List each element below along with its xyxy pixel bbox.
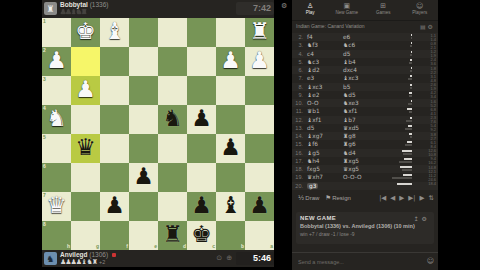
move-number: 10.: [292, 100, 305, 106]
square-a4[interactable]: [245, 105, 274, 134]
file-label-a: a: [270, 244, 273, 249]
move-row-11: 11.♛b1♞xf16.84.1: [292, 107, 438, 115]
square-e1[interactable]: [129, 18, 158, 47]
square-g5[interactable]: ♛: [71, 134, 100, 163]
move-number: 20.: [292, 183, 305, 189]
square-g3[interactable]: ♟: [71, 76, 100, 105]
move-number: 18.: [292, 166, 305, 172]
focus-icon[interactable]: ⊙: [216, 254, 222, 262]
piece-wN-h4[interactable]: ♞: [42, 105, 71, 134]
white-move[interactable]: d5: [305, 125, 341, 131]
square-f1[interactable]: ♝: [100, 18, 129, 47]
square-f5[interactable]: [100, 134, 129, 163]
square-c2[interactable]: [187, 47, 216, 76]
white-move[interactable]: c4: [305, 51, 341, 57]
move-time-bars: [390, 59, 412, 65]
move-row-9: 9.♝e2♞d54.23.4: [292, 91, 438, 99]
piece-bP-a7[interactable]: ♟: [245, 192, 274, 221]
rating-odds-line: win +7 / draw -1 / lose -9: [300, 231, 430, 237]
bottom-player-rating: (1306): [89, 251, 108, 258]
move-time-bars: [390, 166, 412, 172]
analysis-icon[interactable]: ▤: [420, 24, 428, 30]
piece-bK-c8[interactable]: ♚: [187, 221, 216, 250]
move-row-17: 17.♞h4♜xg59.416.2: [292, 157, 438, 165]
file-label-h: h: [67, 244, 70, 249]
square-e6[interactable]: ♟: [129, 163, 158, 192]
settings-gear-icon[interactable]: ⚙: [281, 2, 287, 10]
move-navigation: |◀ ◀ ▶ ▶| ▶ ⇅: [375, 191, 434, 205]
piece-wQ-h7[interactable]: ♛: [42, 192, 71, 221]
square-e5[interactable]: [129, 134, 158, 163]
top-player-name[interactable]: Bobbytal (1336): [60, 1, 108, 8]
square-g7[interactable]: [71, 192, 100, 221]
piece-wR-a1[interactable]: ♜: [245, 18, 274, 47]
move-number: 7.: [292, 75, 305, 81]
move-row-13: 13.d5♛xd55.49.2: [292, 124, 438, 132]
black-move[interactable]: d5: [341, 51, 377, 57]
square-f2[interactable]: [100, 47, 129, 76]
white-move[interactable]: ♝xc3: [305, 84, 341, 90]
square-h5[interactable]: 5: [42, 134, 71, 163]
move-number: 9.: [292, 92, 305, 98]
piece-wP-h2[interactable]: ♟: [42, 47, 71, 76]
new-game-title: NEW GAME: [300, 215, 430, 221]
square-g6[interactable]: [71, 163, 100, 192]
square-h8[interactable]: 8h: [42, 221, 71, 250]
rank-label-5: 5: [43, 135, 46, 140]
material-advantage: +2: [99, 259, 105, 265]
move-number: 3.: [292, 42, 305, 48]
file-label-g: g: [96, 244, 99, 249]
white-move[interactable]: ♛xh7: [305, 174, 341, 180]
square-c6[interactable]: [187, 163, 216, 192]
move-row-10: 10.O-O♞xe31.65.2: [292, 99, 438, 107]
move-row-7: 7.e3♝xc33.14.8: [292, 74, 438, 82]
white-move[interactable]: ♝xg7: [305, 133, 341, 139]
move-row-6: 6.♝d2dxc41.82.2: [292, 66, 438, 74]
move-times: 18.4: [414, 182, 436, 187]
move-row-14: 14.♝xg7♜g83.82.7: [292, 132, 438, 140]
square-a8[interactable]: a: [245, 221, 274, 250]
square-c4[interactable]: ♟: [187, 105, 216, 134]
square-f7[interactable]: ♟: [100, 192, 129, 221]
square-c3[interactable]: [187, 76, 216, 105]
file-label-e: e: [154, 244, 157, 249]
move-row-18: 18.fxg5♛xg514.812.1: [292, 165, 438, 173]
square-f6[interactable]: [100, 163, 129, 192]
move-time-bars: [390, 133, 412, 139]
square-b8[interactable]: b: [216, 221, 245, 250]
move-number: 2.: [292, 34, 305, 40]
chat-bar: ☺: [292, 252, 438, 269]
square-d6[interactable]: [158, 163, 187, 192]
square-c8[interactable]: c♚: [187, 221, 216, 250]
square-c7[interactable]: ♟: [187, 192, 216, 221]
square-e7[interactable]: [129, 192, 158, 221]
move-number: 15.: [292, 141, 305, 147]
square-e3[interactable]: [129, 76, 158, 105]
opening-name: Indian Game: Canard Variation ▤⚙: [292, 21, 438, 32]
move-time-bars: [390, 125, 412, 131]
top-player-rating: (1336): [90, 1, 109, 8]
square-h1[interactable]: 1: [42, 18, 71, 47]
black-move[interactable]: ♞d4: [341, 150, 377, 156]
emoji-icon[interactable]: ☺: [427, 257, 434, 265]
move-number: 5.: [292, 59, 305, 65]
move-time-bars: [390, 150, 412, 156]
square-g4[interactable]: [71, 105, 100, 134]
move-number: 11.: [292, 108, 305, 114]
move-number: 8.: [292, 84, 305, 90]
piece-bN-d4[interactable]: ♞: [158, 105, 187, 134]
white-move[interactable]: f4: [305, 34, 341, 40]
white-move[interactable]: e3: [305, 75, 341, 81]
tab-games[interactable]: ⊞ Games: [365, 0, 402, 20]
move-time-bars: [390, 158, 412, 164]
piece-wP-a2[interactable]: ♟: [245, 47, 274, 76]
half-point-icon: ½: [298, 194, 304, 202]
square-d2[interactable]: [158, 47, 187, 76]
side-panel: ♙ Play ▣ New Game ⊞ Games ☺ Players Indi…: [292, 0, 438, 270]
move-time-bars: [390, 51, 412, 57]
file-label-f: f: [126, 244, 128, 249]
square-a2[interactable]: ♟: [245, 47, 274, 76]
black-move[interactable]: ♛xd5: [341, 125, 377, 131]
app-window: ♜ Bobbytal (1336) ♟♟♝♞♜ 7:42 1♚♝♜2♟♟♟3♟4…: [0, 0, 480, 270]
move-time-bars: [390, 84, 412, 90]
move-row-12: 12.♝xf1♝b72.37.6: [292, 116, 438, 124]
rank-label-1: 1: [43, 19, 46, 24]
square-a6[interactable]: [245, 163, 274, 192]
move-row-3: 3.♞f3♞c60.82.1: [292, 41, 438, 49]
avatar-piece-icon: ♞: [46, 254, 54, 264]
square-d8[interactable]: d♜: [158, 221, 187, 250]
square-e4[interactable]: [129, 105, 158, 134]
white-move[interactable]: fxg5: [305, 166, 341, 172]
square-g1[interactable]: ♚: [71, 18, 100, 47]
move-time-bars: [390, 34, 412, 40]
new-game-card: NEW GAME ↥⚙ Bobbytal (1336) vs. Anvilegd…: [296, 212, 434, 244]
flip-board-icon[interactable]: ⇅: [429, 194, 434, 202]
move-time-bars: [390, 92, 412, 98]
games-grid-icon: ⊞: [365, 2, 402, 10]
piece-wB-f1[interactable]: ♝: [100, 18, 129, 47]
panel-tabs: ♙ Play ▣ New Game ⊞ Games ☺ Players: [292, 0, 438, 21]
bottom-player-name[interactable]: Anvilegd (1306): [60, 251, 116, 258]
move-row-16: 16.♝g5♞d412.610.8: [292, 149, 438, 157]
tab-new-game[interactable]: ▣ New Game: [329, 0, 366, 20]
black-move[interactable]: ♞d5: [341, 92, 377, 98]
piece-bP-f7[interactable]: ♟: [100, 192, 129, 221]
avatar-piece-icon: ♜: [46, 4, 54, 14]
square-h6[interactable]: 6: [42, 163, 71, 192]
black-move[interactable]: e6: [341, 34, 377, 40]
square-d7[interactable]: [158, 192, 187, 221]
play-pawn-icon: ♙: [292, 2, 329, 10]
player-flair-badge: [112, 253, 116, 257]
move-number: 4.: [292, 51, 305, 57]
square-a7[interactable]: ♟: [245, 192, 274, 221]
black-move[interactable]: ♛xg5: [341, 166, 377, 172]
resign-button[interactable]: ⚑Resign: [325, 194, 351, 202]
piece-wP-b2[interactable]: ♟: [216, 47, 245, 76]
top-player-avatar[interactable]: ♜: [44, 2, 57, 15]
square-a1[interactable]: ♜: [245, 18, 274, 47]
square-h3[interactable]: 3: [42, 76, 71, 105]
new-game-icon: ▣: [329, 2, 366, 10]
top-player-clock: 7:42: [236, 2, 274, 15]
square-f4[interactable]: [100, 105, 129, 134]
piece-bR-d8[interactable]: ♜: [158, 221, 187, 250]
square-b3[interactable]: [216, 76, 245, 105]
black-move[interactable]: O-O-O: [341, 174, 377, 180]
square-e8[interactable]: e: [129, 221, 158, 250]
move-row-4: 4.c4d51.21.9: [292, 50, 438, 58]
square-f8[interactable]: f: [100, 221, 129, 250]
move-time-bars: [390, 42, 412, 48]
game-controls: ½Draw ⚑Resign |◀ ◀ ▶ ▶| ▶ ⇅: [292, 191, 438, 205]
move-row-20: 20.g318.4: [292, 182, 438, 190]
white-move[interactable]: ♝e2: [305, 92, 341, 98]
move-row-5: 5.♞c3♝b42.43.6: [292, 58, 438, 66]
square-d5[interactable]: [158, 134, 187, 163]
file-label-b: b: [241, 244, 244, 249]
move-row-2: 2.f4e61.11.4: [292, 33, 438, 41]
piece-bP-c4[interactable]: ♟: [187, 105, 216, 134]
black-move[interactable]: ♜g6: [341, 141, 377, 147]
move-time-bars: [390, 141, 412, 147]
piece-wP-g3[interactable]: ♟: [71, 76, 100, 105]
square-a5[interactable]: [245, 134, 274, 163]
square-b1[interactable]: [216, 18, 245, 47]
rank-label-8: 8: [43, 222, 46, 227]
white-move[interactable]: ♞c3: [305, 59, 341, 65]
white-move[interactable]: ♝g5: [305, 150, 341, 156]
square-b5[interactable]: ♟: [216, 134, 245, 163]
move-number: 13.: [292, 125, 305, 131]
move-number: 12.: [292, 117, 305, 123]
chat-message-input[interactable]: [296, 256, 420, 268]
square-c5[interactable]: [187, 134, 216, 163]
rank-label-3: 3: [43, 77, 46, 82]
white-move[interactable]: g3: [305, 183, 318, 189]
tab-play[interactable]: ♙ Play: [292, 0, 329, 20]
piece-bB-b7[interactable]: ♝: [216, 192, 245, 221]
opening-gear-icon[interactable]: ⚙: [428, 23, 435, 30]
square-d1[interactable]: [158, 18, 187, 47]
nav-next-move-icon[interactable]: ▶: [399, 194, 404, 202]
piece-bP-c7[interactable]: ♟: [187, 192, 216, 221]
black-move[interactable]: ♞xf1: [341, 108, 377, 114]
piece-bP-b5[interactable]: ♟: [216, 134, 245, 163]
tab-players[interactable]: ☺ Players: [402, 0, 439, 20]
black-move[interactable]: ♝xc3: [341, 75, 377, 81]
move-time-bars: [390, 174, 412, 180]
resign-flag-icon: ⚑: [325, 194, 331, 202]
white-move[interactable]: ♝f6: [305, 141, 341, 147]
move-time-bars: [390, 67, 412, 73]
move-time-bars: [390, 75, 412, 81]
square-h4[interactable]: 4♞: [42, 105, 71, 134]
chess-board[interactable]: 1♚♝♜2♟♟♟3♟4♞♞♟5♛♟6♟7♛♟♟♝♟8hgfed♜c♚ba: [42, 18, 274, 250]
top-player-bar: ♜ Bobbytal (1336) ♟♟♝♞♜ 7:42: [42, 0, 274, 18]
white-move[interactable]: ♞f3: [305, 42, 341, 48]
black-move[interactable]: ♝b7: [341, 117, 377, 123]
move-row-15: 15.♝f6♜g66.18.4: [292, 140, 438, 148]
move-list[interactable]: 2.f4e61.11.43.♞f3♞c60.82.14.c4d51.21.95.…: [292, 33, 438, 190]
move-number: 6.: [292, 67, 305, 73]
nav-last-move-icon[interactable]: ▶|: [408, 194, 415, 202]
square-e2[interactable]: [129, 47, 158, 76]
black-move[interactable]: ♜xg5: [341, 158, 377, 164]
bottom-player-clock: 5:46: [236, 252, 274, 265]
move-time-bars: [390, 183, 412, 186]
square-b4[interactable]: [216, 105, 245, 134]
piece-wK-g1[interactable]: ♚: [71, 18, 100, 47]
nav-prev-move-icon[interactable]: ◀: [390, 194, 395, 202]
black-move[interactable]: ♝b4: [341, 59, 377, 65]
black-move[interactable]: b5: [341, 84, 377, 90]
square-a3[interactable]: [245, 76, 274, 105]
autoplay-icon[interactable]: ▶: [420, 194, 425, 202]
square-b6[interactable]: [216, 163, 245, 192]
move-time-bars: [390, 100, 412, 106]
black-move[interactable]: ♞c6: [341, 42, 377, 48]
move-time-bars: [390, 108, 412, 114]
square-d3[interactable]: [158, 76, 187, 105]
square-h7[interactable]: 7♛: [42, 192, 71, 221]
move-number: 16.: [292, 150, 305, 156]
white-move[interactable]: ♞h4: [305, 158, 341, 164]
square-f3[interactable]: [100, 76, 129, 105]
draw-button[interactable]: ½Draw: [298, 194, 319, 202]
white-move[interactable]: ♝d2: [305, 67, 341, 73]
black-move[interactable]: ♞xe3: [341, 100, 377, 106]
matchup-line: Bobbytal (1336) vs. Anvilegd (1306) (10 …: [300, 223, 430, 229]
new-game-gear-icon[interactable]: ⚙: [422, 215, 430, 222]
square-h2[interactable]: 2♟: [42, 47, 71, 76]
bottom-player-bar: ♞ Anvilegd (1306) ♟♟♟♟♝♞♜+2 ⊙ ⊕ 5:46: [42, 250, 274, 267]
move-number: 17.: [292, 158, 305, 164]
white-move[interactable]: ♝xf1: [305, 117, 341, 123]
move-row-19: 19.♛xh7O-O-O11.224.6: [292, 173, 438, 181]
piece-bP-e6[interactable]: ♟: [129, 163, 158, 192]
black-move[interactable]: ♜g8: [341, 133, 377, 139]
rank-label-6: 6: [43, 164, 46, 169]
move-number: 19.: [292, 174, 305, 180]
piece-bQ-g5[interactable]: ♛: [71, 134, 100, 163]
square-d4[interactable]: ♞: [158, 105, 187, 134]
square-b7[interactable]: ♝: [216, 192, 245, 221]
top-captured-pieces: ♟♟♝♞♜: [60, 8, 86, 16]
white-move[interactable]: O-O: [305, 100, 341, 106]
square-b2[interactable]: ♟: [216, 47, 245, 76]
add-time-icon[interactable]: ⊕: [226, 254, 232, 262]
bottom-captured-pieces: ♟♟♟♟♝♞♜+2: [60, 258, 105, 266]
bottom-player-avatar[interactable]: ♞: [44, 252, 57, 265]
share-icon[interactable]: ↥: [414, 216, 422, 222]
square-g8[interactable]: g: [71, 221, 100, 250]
move-row-8: 8.♝xc3b52.61.9: [292, 83, 438, 91]
nav-first-move-icon[interactable]: |◀: [379, 194, 386, 202]
move-number: 14.: [292, 133, 305, 139]
white-move[interactable]: ♛b1: [305, 108, 341, 114]
move-time-bars: [390, 117, 412, 123]
black-move[interactable]: dxc4: [341, 67, 377, 73]
square-c1[interactable]: [187, 18, 216, 47]
square-g2[interactable]: [71, 47, 100, 76]
players-icon: ☺: [402, 2, 439, 10]
